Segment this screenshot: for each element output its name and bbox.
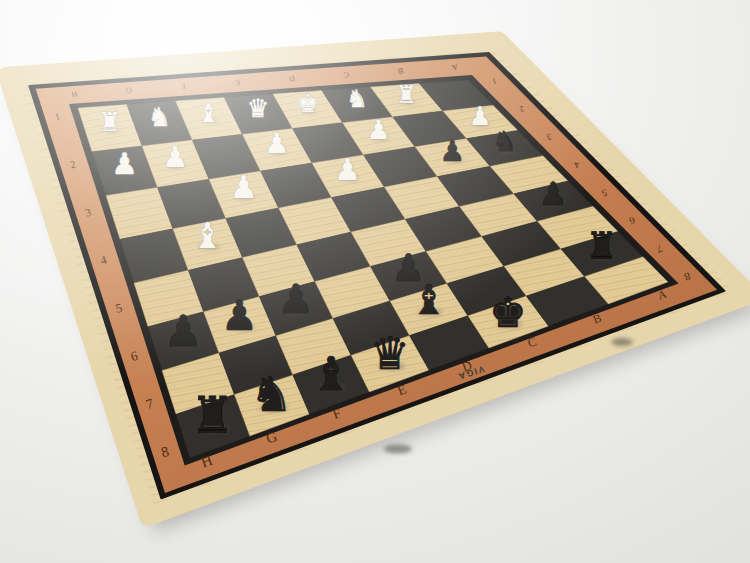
product-photo: 11HH22GG33FF44EE55DD66CC77BB88AAVIGA♜♞♚♛… [0,0,750,563]
chessboard: 11HH22GG33FF44EE55DD66CC77BB88AAVIGA♜♞♚♛… [0,0,750,563]
light-wash-overlay [0,0,750,563]
